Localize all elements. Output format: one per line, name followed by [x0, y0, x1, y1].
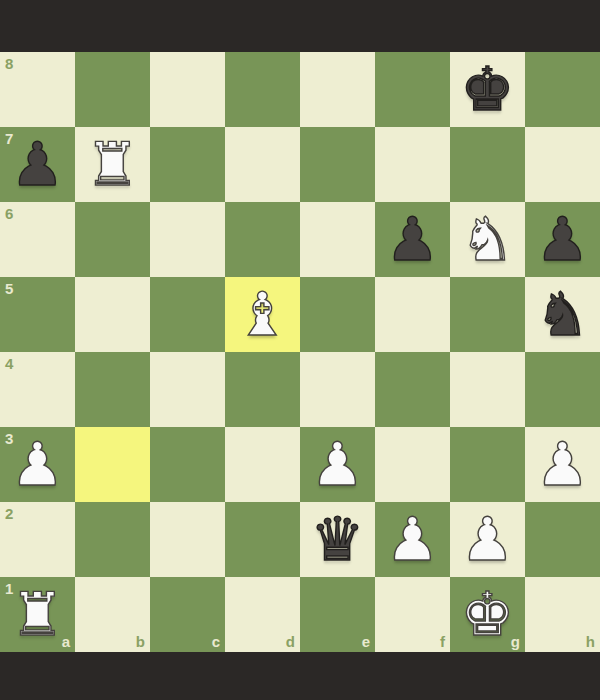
rank-label-6: 6 [5, 206, 13, 221]
square-c5[interactable] [150, 277, 225, 352]
white-pawn-piece[interactable]: ♟ [375, 502, 450, 577]
square-h4[interactable] [525, 352, 600, 427]
file-label-b: b [136, 634, 145, 649]
square-a1[interactable]: 1a♜ [0, 577, 75, 652]
square-b2[interactable] [75, 502, 150, 577]
file-label-h: h [586, 634, 595, 649]
rank-label-8: 8 [5, 56, 13, 71]
square-h6[interactable]: ♟ [525, 202, 600, 277]
square-d4[interactable] [225, 352, 300, 427]
square-c8[interactable] [150, 52, 225, 127]
file-label-e: e [362, 634, 370, 649]
square-e3[interactable]: ♟ [300, 427, 375, 502]
white-bishop-piece[interactable]: ♝ [225, 277, 300, 352]
square-f1[interactable]: f [375, 577, 450, 652]
square-h8[interactable] [525, 52, 600, 127]
square-g1[interactable]: g♚ [450, 577, 525, 652]
black-king-piece[interactable]: ♚ [450, 52, 525, 127]
square-f7[interactable] [375, 127, 450, 202]
white-pawn-piece[interactable]: ♟ [525, 427, 600, 502]
square-d2[interactable] [225, 502, 300, 577]
square-e5[interactable] [300, 277, 375, 352]
white-rook-piece[interactable]: ♜ [0, 577, 75, 652]
white-pawn-piece[interactable]: ♟ [300, 427, 375, 502]
top-frame-bar [0, 0, 600, 52]
square-g7[interactable] [450, 127, 525, 202]
square-e4[interactable] [300, 352, 375, 427]
square-d5[interactable]: ♝ [225, 277, 300, 352]
black-queen-piece[interactable]: ♛ [300, 502, 375, 577]
square-f8[interactable] [375, 52, 450, 127]
square-e7[interactable] [300, 127, 375, 202]
square-c7[interactable] [150, 127, 225, 202]
file-label-d: d [286, 634, 295, 649]
square-h5[interactable]: ♞ [525, 277, 600, 352]
square-b4[interactable] [75, 352, 150, 427]
square-b3[interactable] [75, 427, 150, 502]
square-h1[interactable]: h [525, 577, 600, 652]
square-f6[interactable]: ♟ [375, 202, 450, 277]
rank-label-4: 4 [5, 356, 13, 371]
square-a8[interactable]: 8 [0, 52, 75, 127]
square-f2[interactable]: ♟ [375, 502, 450, 577]
black-pawn-piece[interactable]: ♟ [525, 202, 600, 277]
square-g2[interactable]: ♟ [450, 502, 525, 577]
square-g5[interactable] [450, 277, 525, 352]
white-pawn-piece[interactable]: ♟ [0, 427, 75, 502]
square-d3[interactable] [225, 427, 300, 502]
file-label-f: f [440, 634, 445, 649]
square-b8[interactable] [75, 52, 150, 127]
square-g4[interactable] [450, 352, 525, 427]
square-h7[interactable] [525, 127, 600, 202]
square-f5[interactable] [375, 277, 450, 352]
rank-label-2: 2 [5, 506, 13, 521]
white-king-piece[interactable]: ♚ [450, 577, 525, 652]
square-g3[interactable] [450, 427, 525, 502]
square-e6[interactable] [300, 202, 375, 277]
square-d1[interactable]: d [225, 577, 300, 652]
square-a7[interactable]: 7♟ [0, 127, 75, 202]
square-a2[interactable]: 2 [0, 502, 75, 577]
square-b1[interactable]: b [75, 577, 150, 652]
square-e1[interactable]: e [300, 577, 375, 652]
square-h2[interactable] [525, 502, 600, 577]
square-h3[interactable]: ♟ [525, 427, 600, 502]
white-pawn-piece[interactable]: ♟ [450, 502, 525, 577]
square-f3[interactable] [375, 427, 450, 502]
square-g8[interactable]: ♚ [450, 52, 525, 127]
square-a5[interactable]: 5 [0, 277, 75, 352]
white-knight-piece[interactable]: ♞ [450, 202, 525, 277]
file-label-c: c [212, 634, 220, 649]
chess-app: 8♚7♟♜6♟♞♟5♝♞43♟♟♟2♛♟♟1a♜bcdefg♚h [0, 0, 600, 700]
square-c4[interactable] [150, 352, 225, 427]
square-c1[interactable]: c [150, 577, 225, 652]
square-b7[interactable]: ♜ [75, 127, 150, 202]
black-knight-piece[interactable]: ♞ [525, 277, 600, 352]
black-pawn-piece[interactable]: ♟ [0, 127, 75, 202]
square-a4[interactable]: 4 [0, 352, 75, 427]
square-c6[interactable] [150, 202, 225, 277]
rank-label-5: 5 [5, 281, 13, 296]
square-e8[interactable] [300, 52, 375, 127]
bottom-frame-bar [0, 652, 600, 700]
square-b5[interactable] [75, 277, 150, 352]
square-a6[interactable]: 6 [0, 202, 75, 277]
square-e2[interactable]: ♛ [300, 502, 375, 577]
square-c3[interactable] [150, 427, 225, 502]
chess-board[interactable]: 8♚7♟♜6♟♞♟5♝♞43♟♟♟2♛♟♟1a♜bcdefg♚h [0, 52, 600, 652]
square-f4[interactable] [375, 352, 450, 427]
square-d6[interactable] [225, 202, 300, 277]
square-c2[interactable] [150, 502, 225, 577]
square-d7[interactable] [225, 127, 300, 202]
white-rook-piece[interactable]: ♜ [75, 127, 150, 202]
square-b6[interactable] [75, 202, 150, 277]
square-d8[interactable] [225, 52, 300, 127]
square-g6[interactable]: ♞ [450, 202, 525, 277]
square-a3[interactable]: 3♟ [0, 427, 75, 502]
black-pawn-piece[interactable]: ♟ [375, 202, 450, 277]
